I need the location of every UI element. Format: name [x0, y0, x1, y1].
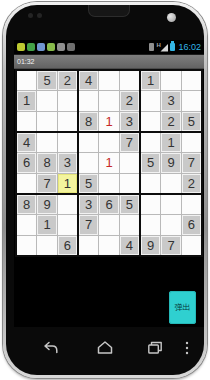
cell-r8c7[interactable]	[141, 215, 160, 234]
cell-r3c2[interactable]	[37, 112, 56, 131]
notification-icon-2	[27, 43, 35, 51]
cell-r8c3[interactable]	[58, 215, 77, 234]
cell-r4c9[interactable]	[182, 133, 201, 152]
cell-r2c6[interactable]: 2	[120, 91, 139, 110]
network-type-label: H	[156, 42, 160, 48]
cell-r6c9[interactable]: 2	[182, 174, 201, 193]
cell-r3c3[interactable]	[58, 112, 77, 131]
signal-triangle-icon	[160, 44, 168, 52]
cell-r5c3[interactable]: 3	[58, 153, 77, 172]
cell-r2c9[interactable]	[182, 91, 201, 110]
home-button[interactable]	[96, 339, 114, 357]
signal-icon: H	[156, 43, 168, 52]
cell-r7c6[interactable]: 5	[120, 195, 139, 214]
speaker-grill-icon	[88, 5, 130, 17]
cell-r2c4[interactable]	[79, 91, 98, 110]
phone-face: H 16:02 01:32 52142813132546837171515972…	[6, 5, 204, 375]
cell-r5c9[interactable]: 7	[182, 153, 201, 172]
cell-r8c4[interactable]: 7	[79, 215, 98, 234]
notification-icon-1	[17, 43, 25, 51]
notification-icons	[17, 43, 75, 51]
cell-r7c9[interactable]	[182, 195, 201, 214]
sudoku-box: 1325	[141, 71, 201, 131]
cell-r1c3[interactable]: 2	[58, 71, 77, 90]
cell-r7c8[interactable]	[161, 195, 180, 214]
cell-r5c1[interactable]: 6	[17, 153, 36, 172]
cell-r9c9[interactable]	[182, 236, 201, 255]
sudoku-box: 715	[79, 133, 139, 193]
cell-r8c2[interactable]: 1	[37, 215, 56, 234]
cell-r6c2[interactable]: 7	[37, 174, 56, 193]
menu-button[interactable]	[178, 339, 196, 357]
cell-r4c7[interactable]	[141, 133, 160, 152]
cell-r6c1[interactable]	[17, 174, 36, 193]
notification-icon-5	[57, 43, 65, 51]
cell-r1c4[interactable]: 4	[79, 71, 98, 90]
cell-r2c1[interactable]: 1	[17, 91, 36, 110]
sensor-dot-icon	[28, 13, 33, 18]
cell-r8c8[interactable]	[161, 215, 180, 234]
cell-r9c5[interactable]	[99, 236, 118, 255]
cell-r2c5[interactable]	[99, 91, 118, 110]
cell-r7c1[interactable]: 8	[17, 195, 36, 214]
vibrate-icon	[149, 43, 154, 51]
notification-icon-4	[47, 43, 55, 51]
recents-button[interactable]	[146, 339, 164, 357]
screenshot-root: H 16:02 01:32 52142813132546837171515972…	[0, 0, 210, 380]
cell-r6c4[interactable]: 5	[79, 174, 98, 193]
cell-r9c6[interactable]: 4	[120, 236, 139, 255]
sudoku-box: 468371	[17, 133, 77, 193]
cell-r9c7[interactable]: 9	[141, 236, 160, 255]
sudoku-box: 15972	[141, 133, 201, 193]
phone-frame: H 16:02 01:32 52142813132546837171515972…	[3, 2, 207, 378]
screen: H 16:02 01:32 52142813132546837171515972…	[14, 40, 204, 323]
cell-r1c9[interactable]	[182, 71, 201, 90]
timer-bar: 01:32	[14, 55, 204, 69]
notification-icon-6	[67, 43, 75, 51]
cell-r4c1[interactable]: 4	[17, 133, 36, 152]
front-camera-icon	[167, 13, 176, 22]
cell-r5c7[interactable]: 5	[141, 153, 160, 172]
sudoku-board: 52142813132546837171515972891636574697	[15, 69, 203, 257]
cell-r3c8[interactable]: 2	[161, 112, 180, 131]
cell-r5c2[interactable]: 8	[37, 153, 56, 172]
cell-r8c5[interactable]	[99, 215, 118, 234]
popup-button[interactable]: 弹出	[169, 291, 196, 324]
cell-r3c5[interactable]: 1	[99, 112, 118, 131]
cell-r1c1[interactable]	[17, 71, 36, 90]
sudoku-box: 697	[141, 195, 201, 255]
cell-r8c9[interactable]: 6	[182, 215, 201, 234]
cell-r2c8[interactable]: 3	[161, 91, 180, 110]
cell-r3c9[interactable]: 5	[182, 112, 201, 131]
cell-r1c5[interactable]	[99, 71, 118, 90]
cell-r4c5[interactable]	[99, 133, 118, 152]
cell-r3c4[interactable]: 8	[79, 112, 98, 131]
cell-r7c4[interactable]: 3	[79, 195, 98, 214]
notification-icon-3	[37, 43, 45, 51]
cell-r6c6[interactable]	[120, 174, 139, 193]
cell-r4c6[interactable]: 7	[120, 133, 139, 152]
cell-r9c4[interactable]	[79, 236, 98, 255]
cell-r8c6[interactable]	[120, 215, 139, 234]
cell-r7c2[interactable]: 9	[37, 195, 56, 214]
cell-r7c5[interactable]: 6	[99, 195, 118, 214]
sudoku-box: 8916	[17, 195, 77, 255]
status-bar: H 16:02	[14, 40, 204, 55]
cell-r3c1[interactable]	[17, 112, 36, 131]
cell-r4c8[interactable]: 1	[161, 133, 180, 152]
back-button[interactable]	[42, 339, 60, 357]
cell-r6c5[interactable]	[99, 174, 118, 193]
clock: 16:02	[177, 42, 201, 52]
cell-r4c4[interactable]	[79, 133, 98, 152]
cell-r3c6[interactable]: 3	[120, 112, 139, 131]
cell-r7c3[interactable]	[58, 195, 77, 214]
cell-r6c7[interactable]	[141, 174, 160, 193]
cell-r8c1[interactable]	[17, 215, 36, 234]
status-icons: H 16:02	[149, 42, 201, 52]
cell-r2c7[interactable]	[141, 91, 160, 110]
sudoku-box: 36574	[79, 195, 139, 255]
cell-r1c8[interactable]	[161, 71, 180, 90]
cell-r2c2[interactable]	[37, 91, 56, 110]
game-timer: 01:32	[14, 58, 35, 65]
cell-r1c6[interactable]	[120, 71, 139, 90]
cell-r1c7[interactable]: 1	[141, 71, 160, 90]
cell-r5c6[interactable]	[120, 153, 139, 172]
cell-r6c3[interactable]: 1	[58, 174, 77, 193]
nav-bar	[6, 339, 204, 363]
cell-r2c3[interactable]	[58, 91, 77, 110]
bottom-area: 弹出	[14, 257, 204, 327]
cell-r9c3[interactable]: 6	[58, 236, 77, 255]
cell-r9c2[interactable]	[37, 236, 56, 255]
sensor-dot-icon	[37, 13, 42, 18]
sudoku-box: 521	[17, 71, 77, 131]
cell-r5c4[interactable]	[79, 153, 98, 172]
cell-r5c8[interactable]: 9	[161, 153, 180, 172]
cell-r9c1[interactable]	[17, 236, 36, 255]
cell-r1c2[interactable]: 5	[37, 71, 56, 90]
cell-r6c8[interactable]	[161, 174, 180, 193]
sudoku-box: 42813	[79, 71, 139, 131]
cell-r4c2[interactable]	[37, 133, 56, 152]
cell-r9c8[interactable]: 7	[161, 236, 180, 255]
battery-icon	[170, 43, 175, 51]
cell-r5c5[interactable]: 1	[99, 153, 118, 172]
cell-r3c7[interactable]	[141, 112, 160, 131]
cell-r4c3[interactable]	[58, 133, 77, 152]
cell-r7c7[interactable]	[141, 195, 160, 214]
